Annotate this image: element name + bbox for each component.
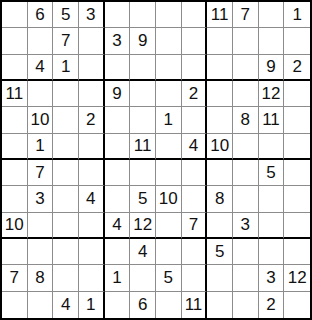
- cell-r12c7-empty[interactable]: [156, 292, 182, 318]
- cell-r11c11-given[interactable]: 3: [259, 265, 285, 291]
- cell-r8c1-empty[interactable]: [2, 186, 28, 212]
- cell-r9c4-empty[interactable]: [79, 213, 105, 239]
- cell-r2c3-given[interactable]: 7: [53, 28, 79, 54]
- cell-r4c10-empty[interactable]: [233, 81, 259, 107]
- cell-r2c9-empty[interactable]: [207, 28, 233, 54]
- cell-r4c5-given[interactable]: 9: [105, 81, 131, 107]
- cell-r9c8-given[interactable]: 7: [182, 213, 208, 239]
- cell-r5c5-empty[interactable]: [105, 107, 131, 133]
- cell-r8c4-given[interactable]: 4: [79, 186, 105, 212]
- cell-r6c8-given[interactable]: 4: [182, 134, 208, 160]
- cell-r2c11-empty[interactable]: [259, 28, 285, 54]
- cell-r4c9-empty[interactable]: [207, 81, 233, 107]
- cell-r7c8-empty[interactable]: [182, 160, 208, 186]
- cell-r10c4-empty[interactable]: [79, 239, 105, 265]
- cell-r10c9-given[interactable]: 5: [207, 239, 233, 265]
- cell-r9c6-given[interactable]: 12: [130, 213, 156, 239]
- cell-r1c8-empty[interactable]: [182, 2, 208, 28]
- cell-r6c4-empty[interactable]: [79, 134, 105, 160]
- cell-r3c9-empty[interactable]: [207, 55, 233, 81]
- cell-r7c4-empty[interactable]: [79, 160, 105, 186]
- cell-r10c8-empty[interactable]: [182, 239, 208, 265]
- cell-r9c10-given[interactable]: 3: [233, 213, 259, 239]
- cell-r1c9-given[interactable]: 11: [207, 2, 233, 28]
- cell-r7c3-empty[interactable]: [53, 160, 79, 186]
- cell-r6c6-given[interactable]: 11: [130, 134, 156, 160]
- cell-r2c7-empty[interactable]: [156, 28, 182, 54]
- cell-r11c5-given[interactable]: 1: [105, 265, 131, 291]
- cell-r5c8-empty[interactable]: [182, 107, 208, 133]
- cell-r12c11-given[interactable]: 2: [259, 292, 285, 318]
- cell-r5c4-given[interactable]: 2: [79, 107, 105, 133]
- cell-r12c1-empty[interactable]: [2, 292, 28, 318]
- cell-r11c4-empty[interactable]: [79, 265, 105, 291]
- cell-r10c12-empty[interactable]: [284, 239, 310, 265]
- cell-r3c12-given[interactable]: 2: [284, 55, 310, 81]
- cell-r12c8-given[interactable]: 11: [182, 292, 208, 318]
- cell-r6c2-given[interactable]: 1: [28, 134, 54, 160]
- cell-r1c11-empty[interactable]: [259, 2, 285, 28]
- cell-r2c4-empty[interactable]: [79, 28, 105, 54]
- cell-r11c3-empty[interactable]: [53, 265, 79, 291]
- cell-r1c12-given[interactable]: 1: [284, 2, 310, 28]
- cell-r9c5-given[interactable]: 4: [105, 213, 131, 239]
- cell-r2c12-empty[interactable]: [284, 28, 310, 54]
- cell-r1c1-empty[interactable]: [2, 2, 28, 28]
- cell-r6c10-empty[interactable]: [233, 134, 259, 160]
- cell-r7c12-empty[interactable]: [284, 160, 310, 186]
- cell-r6c9-given[interactable]: 10: [207, 134, 233, 160]
- cell-r2c8-empty[interactable]: [182, 28, 208, 54]
- cell-r5c2-given[interactable]: 10: [28, 107, 54, 133]
- cell-r2c1-empty[interactable]: [2, 28, 28, 54]
- cell-r1c6-empty[interactable]: [130, 2, 156, 28]
- cell-r5c10-given[interactable]: 8: [233, 107, 259, 133]
- cell-r5c3-empty[interactable]: [53, 107, 79, 133]
- cell-r10c6-given[interactable]: 4: [130, 239, 156, 265]
- cell-r10c5-empty[interactable]: [105, 239, 131, 265]
- cell-r7c7-empty[interactable]: [156, 160, 182, 186]
- cell-r8c5-empty[interactable]: [105, 186, 131, 212]
- cell-r10c10-empty[interactable]: [233, 239, 259, 265]
- cell-r4c8-given[interactable]: 2: [182, 81, 208, 107]
- cell-r8c6-given[interactable]: 5: [130, 186, 156, 212]
- cell-r1c2-given[interactable]: 6: [28, 2, 54, 28]
- cell-r12c3-given[interactable]: 4: [53, 292, 79, 318]
- cell-r5c12-empty[interactable]: [284, 107, 310, 133]
- cell-r8c8-empty[interactable]: [182, 186, 208, 212]
- cell-r3c5-empty[interactable]: [105, 55, 131, 81]
- cell-r2c2-empty[interactable]: [28, 28, 54, 54]
- cell-r12c9-empty[interactable]: [207, 292, 233, 318]
- cell-r7c9-empty[interactable]: [207, 160, 233, 186]
- cell-r7c1-empty[interactable]: [2, 160, 28, 186]
- cell-r7c2-given[interactable]: 7: [28, 160, 54, 186]
- cell-r4c1-given[interactable]: 11: [2, 81, 28, 107]
- cell-r4c3-empty[interactable]: [53, 81, 79, 107]
- cell-r9c1-given[interactable]: 10: [2, 213, 28, 239]
- cell-r12c12-empty[interactable]: [284, 292, 310, 318]
- cell-r11c9-empty[interactable]: [207, 265, 233, 291]
- cell-r6c5-empty[interactable]: [105, 134, 131, 160]
- cell-r2c6-given[interactable]: 9: [130, 28, 156, 54]
- cell-r7c6-empty[interactable]: [130, 160, 156, 186]
- cell-r10c7-empty[interactable]: [156, 239, 182, 265]
- cell-r9c7-empty[interactable]: [156, 213, 182, 239]
- cell-r4c12-empty[interactable]: [284, 81, 310, 107]
- cell-r12c6-given[interactable]: 6: [130, 292, 156, 318]
- cell-r11c7-given[interactable]: 5: [156, 265, 182, 291]
- cell-r5c6-empty[interactable]: [130, 107, 156, 133]
- cell-r11c1-given[interactable]: 7: [2, 265, 28, 291]
- cell-r7c5-empty[interactable]: [105, 160, 131, 186]
- cell-r4c7-empty[interactable]: [156, 81, 182, 107]
- cell-r5c11-given[interactable]: 11: [259, 107, 285, 133]
- cell-r1c3-given[interactable]: 5: [53, 2, 79, 28]
- cell-r12c5-empty[interactable]: [105, 292, 131, 318]
- cell-r8c9-given[interactable]: 8: [207, 186, 233, 212]
- cell-r10c1-empty[interactable]: [2, 239, 28, 265]
- cell-r11c10-empty[interactable]: [233, 265, 259, 291]
- cell-r12c4-given[interactable]: 1: [79, 292, 105, 318]
- sudoku-board: 6531171739419211921210218111114107534510…: [0, 0, 312, 320]
- cell-r8c10-empty[interactable]: [233, 186, 259, 212]
- cell-r8c11-empty[interactable]: [259, 186, 285, 212]
- cell-r8c7-given[interactable]: 10: [156, 186, 182, 212]
- cell-r6c1-empty[interactable]: [2, 134, 28, 160]
- cell-r6c3-empty[interactable]: [53, 134, 79, 160]
- cell-r3c8-empty[interactable]: [182, 55, 208, 81]
- cell-r4c11-given[interactable]: 12: [259, 81, 285, 107]
- cell-r9c9-empty[interactable]: [207, 213, 233, 239]
- cell-r1c4-given[interactable]: 3: [79, 2, 105, 28]
- cell-r1c10-given[interactable]: 7: [233, 2, 259, 28]
- cell-r5c7-given[interactable]: 1: [156, 107, 182, 133]
- cell-r11c2-given[interactable]: 8: [28, 265, 54, 291]
- cell-r7c11-given[interactable]: 5: [259, 160, 285, 186]
- cell-r3c10-empty[interactable]: [233, 55, 259, 81]
- cell-r12c2-empty[interactable]: [28, 292, 54, 318]
- cell-r11c6-empty[interactable]: [130, 265, 156, 291]
- cell-r10c11-empty[interactable]: [259, 239, 285, 265]
- cell-r3c1-empty[interactable]: [2, 55, 28, 81]
- cell-r9c2-empty[interactable]: [28, 213, 54, 239]
- cell-r7c10-empty[interactable]: [233, 160, 259, 186]
- cell-r10c3-empty[interactable]: [53, 239, 79, 265]
- cell-r4c2-empty[interactable]: [28, 81, 54, 107]
- cell-r1c7-empty[interactable]: [156, 2, 182, 28]
- cell-r5c9-empty[interactable]: [207, 107, 233, 133]
- cell-r11c12-given[interactable]: 12: [284, 265, 310, 291]
- cell-r8c2-given[interactable]: 3: [28, 186, 54, 212]
- cell-r4c6-empty[interactable]: [130, 81, 156, 107]
- cell-r3c4-empty[interactable]: [79, 55, 105, 81]
- cell-r3c6-empty[interactable]: [130, 55, 156, 81]
- cell-r6c11-empty[interactable]: [259, 134, 285, 160]
- cell-r8c12-empty[interactable]: [284, 186, 310, 212]
- cell-r3c3-given[interactable]: 1: [53, 55, 79, 81]
- cell-r2c10-empty[interactable]: [233, 28, 259, 54]
- cell-r10c2-empty[interactable]: [28, 239, 54, 265]
- cell-r6c7-empty[interactable]: [156, 134, 182, 160]
- cell-r3c7-empty[interactable]: [156, 55, 182, 81]
- cell-r2c5-given[interactable]: 3: [105, 28, 131, 54]
- cell-r12c10-empty[interactable]: [233, 292, 259, 318]
- cell-r8c3-empty[interactable]: [53, 186, 79, 212]
- cell-r6c12-empty[interactable]: [284, 134, 310, 160]
- cell-r3c11-given[interactable]: 9: [259, 55, 285, 81]
- cell-r9c3-empty[interactable]: [53, 213, 79, 239]
- cell-r3c2-given[interactable]: 4: [28, 55, 54, 81]
- cell-r4c4-empty[interactable]: [79, 81, 105, 107]
- cell-r1c5-empty[interactable]: [105, 2, 131, 28]
- cell-r9c11-empty[interactable]: [259, 213, 285, 239]
- cell-r9c12-empty[interactable]: [284, 213, 310, 239]
- cell-r5c1-empty[interactable]: [2, 107, 28, 133]
- cell-r11c8-empty[interactable]: [182, 265, 208, 291]
